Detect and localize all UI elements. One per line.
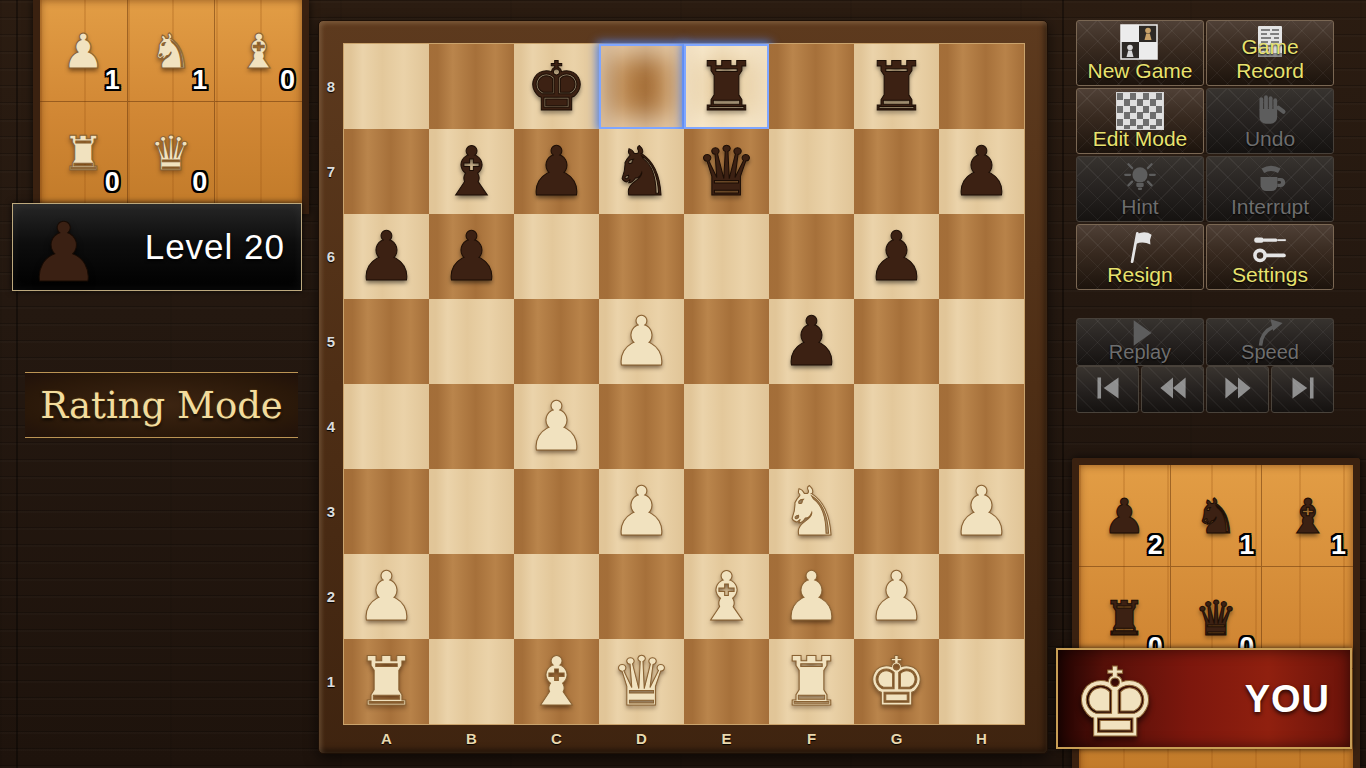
captured-cell-empty xyxy=(215,102,302,204)
square-f3[interactable]: ♞ xyxy=(769,469,854,554)
black-pawn: ♟ xyxy=(866,223,927,291)
white-pawn-icon: ♟ xyxy=(62,27,105,75)
undo-icon xyxy=(1207,90,1333,132)
settings-icon xyxy=(1207,226,1333,268)
square-c2[interactable] xyxy=(514,554,599,639)
square-c3[interactable] xyxy=(514,469,599,554)
captured-cell-white-queen: ♛0 xyxy=(128,102,216,204)
square-e2[interactable]: ♝ xyxy=(684,554,769,639)
white-knight-icon: ♞ xyxy=(149,27,192,75)
black-bishop: ♝ xyxy=(441,138,502,206)
replay-button-grid: ReplaySpeed xyxy=(1076,318,1334,366)
square-a7[interactable] xyxy=(344,129,429,214)
settings-button[interactable]: Settings xyxy=(1206,224,1334,290)
square-h6[interactable] xyxy=(939,214,1024,299)
captured-count-black-bishop: 1 xyxy=(1331,530,1346,561)
rewind-icon xyxy=(1153,368,1193,412)
new-game-label: New Game xyxy=(1077,59,1203,83)
edit-mode-button[interactable]: Edit Mode xyxy=(1076,88,1204,154)
black-pawn-icon: ♟ xyxy=(1103,492,1146,540)
rank-label-1: 1 xyxy=(319,639,343,724)
square-b2[interactable] xyxy=(429,554,514,639)
action-button-grid: New GameGame RecordEdit ModeUndoHintInte… xyxy=(1076,20,1334,290)
captured-count-black-pawn: 2 xyxy=(1148,530,1163,561)
rank-label-4: 4 xyxy=(319,384,343,469)
white-rook-icon: ♜ xyxy=(62,129,105,177)
white-king: ♚ xyxy=(866,648,927,716)
square-f7[interactable] xyxy=(769,129,854,214)
square-d8[interactable] xyxy=(599,44,684,129)
rank-label-6: 6 xyxy=(319,214,343,299)
square-e5[interactable] xyxy=(684,299,769,384)
white-pawn: ♟ xyxy=(356,563,417,631)
black-pawn: ♟ xyxy=(526,138,587,206)
square-h5[interactable] xyxy=(939,299,1024,384)
black-rook: ♜ xyxy=(866,53,927,121)
rank-label-2: 2 xyxy=(319,554,343,639)
square-c5[interactable] xyxy=(514,299,599,384)
rewind-button[interactable] xyxy=(1141,366,1204,413)
captured-count-white-bishop: 0 xyxy=(280,65,295,96)
media-button-grid xyxy=(1076,366,1334,413)
resign-label: Resign xyxy=(1077,263,1203,287)
file-label-c: C xyxy=(514,727,599,751)
black-rook: ♜ xyxy=(696,53,757,121)
square-c6[interactable] xyxy=(514,214,599,299)
captured-cell-white-rook: ♜0 xyxy=(40,102,128,204)
square-e1[interactable] xyxy=(684,639,769,724)
skip-to-start-icon xyxy=(1088,368,1128,412)
chess-board: ♚♜♜♝♟♞♛♟♟♟♟♟♟♟♟♞♟♟♝♟♟♜♝♛♜♚ xyxy=(344,44,1024,724)
resign-icon xyxy=(1077,226,1203,268)
square-a8[interactable] xyxy=(344,44,429,129)
file-label-h: H xyxy=(939,727,1024,751)
captured-cell-white-bishop: ♝0 xyxy=(215,0,302,102)
square-a5[interactable] xyxy=(344,299,429,384)
black-pawn: ♟ xyxy=(951,138,1012,206)
square-b7[interactable]: ♝ xyxy=(429,129,514,214)
square-g8[interactable]: ♜ xyxy=(854,44,939,129)
white-pawn: ♟ xyxy=(781,563,842,631)
black-rook-icon: ♜ xyxy=(1103,594,1146,642)
square-g7[interactable] xyxy=(854,129,939,214)
captured-cell-black-bishop: ♝1 xyxy=(1262,465,1353,567)
square-e6[interactable] xyxy=(684,214,769,299)
opponent-captured-tray: ♟1♞1♝0♜0♛0 xyxy=(33,0,309,214)
square-a2[interactable]: ♟ xyxy=(344,554,429,639)
white-queen: ♛ xyxy=(611,648,672,716)
opponent-level-label: Level 20 xyxy=(145,227,285,267)
file-label-b: B xyxy=(429,727,514,751)
square-c1[interactable]: ♝ xyxy=(514,639,599,724)
interrupt-icon xyxy=(1207,158,1333,200)
new-game-icon xyxy=(1077,22,1203,64)
white-pawn: ♟ xyxy=(611,478,672,546)
square-f5[interactable]: ♟ xyxy=(769,299,854,384)
square-b5[interactable] xyxy=(429,299,514,384)
square-f8[interactable] xyxy=(769,44,854,129)
fast-forward-icon xyxy=(1218,368,1258,412)
square-b4[interactable] xyxy=(429,384,514,469)
square-e3[interactable] xyxy=(684,469,769,554)
rating-mode-banner: Rating Mode xyxy=(25,372,298,438)
hint-label: Hint xyxy=(1077,195,1203,219)
square-c7[interactable]: ♟ xyxy=(514,129,599,214)
black-queen: ♛ xyxy=(696,138,757,206)
opponent-banner: ♟ Level 20 xyxy=(12,203,302,291)
square-g2[interactable]: ♟ xyxy=(854,554,939,639)
settings-label: Settings xyxy=(1207,263,1333,287)
square-b1[interactable] xyxy=(429,639,514,724)
square-g4[interactable] xyxy=(854,384,939,469)
square-a1[interactable]: ♜ xyxy=(344,639,429,724)
white-rook: ♜ xyxy=(356,648,417,716)
square-f6[interactable] xyxy=(769,214,854,299)
square-b8[interactable] xyxy=(429,44,514,129)
interrupt-button[interactable]: Interrupt xyxy=(1206,156,1334,222)
speed-label: Speed xyxy=(1207,341,1333,364)
file-label-a: A xyxy=(344,727,429,751)
square-e8[interactable]: ♜ xyxy=(684,44,769,129)
square-g5[interactable] xyxy=(854,299,939,384)
white-pawn: ♟ xyxy=(951,478,1012,546)
file-label-d: D xyxy=(599,727,684,751)
black-pawn: ♟ xyxy=(441,223,502,291)
white-queen-icon: ♛ xyxy=(149,129,192,177)
game-record-label: Game Record xyxy=(1207,35,1333,83)
skip-to-start-button[interactable] xyxy=(1076,366,1139,413)
interrupt-label: Interrupt xyxy=(1207,195,1333,219)
captured-count-black-knight: 1 xyxy=(1239,530,1254,561)
black-king: ♚ xyxy=(526,53,587,121)
square-h2[interactable] xyxy=(939,554,1024,639)
replay-label: Replay xyxy=(1077,341,1203,364)
square-d1[interactable]: ♛ xyxy=(599,639,684,724)
checkerboard-glyph xyxy=(1116,92,1164,130)
black-pawn: ♟ xyxy=(781,308,842,376)
resign-button[interactable]: Resign xyxy=(1076,224,1204,290)
board-frame: ♚♜♜♝♟♞♛♟♟♟♟♟♟♟♟♞♟♟♝♟♟♜♝♛♜♚ 87654321ABCDE… xyxy=(318,20,1048,754)
captured-cell-white-pawn: ♟1 xyxy=(40,0,128,102)
square-d3[interactable]: ♟ xyxy=(599,469,684,554)
black-queen-icon: ♛ xyxy=(1194,594,1237,642)
player-banner: ♚ YOU xyxy=(1056,648,1352,749)
player-you-label: YOU xyxy=(1245,677,1330,720)
white-pawn: ♟ xyxy=(611,308,672,376)
square-d5[interactable]: ♟ xyxy=(599,299,684,384)
file-label-g: G xyxy=(854,727,939,751)
captured-count-white-queen: 0 xyxy=(192,167,207,198)
rating-mode-label: Rating Mode xyxy=(40,384,283,427)
square-g3[interactable] xyxy=(854,469,939,554)
white-pawn: ♟ xyxy=(866,563,927,631)
square-h1[interactable] xyxy=(939,639,1024,724)
square-a3[interactable] xyxy=(344,469,429,554)
white-king-avatar: ♚ xyxy=(1072,659,1158,747)
file-label-e: E xyxy=(684,727,769,751)
captured-count-white-knight: 1 xyxy=(192,65,207,96)
rank-label-3: 3 xyxy=(319,469,343,554)
square-h4[interactable] xyxy=(939,384,1024,469)
app-window: ♟1♞1♝0♜0♛0 ♟ Level 20 Rating Mode ♚♜♜♝♟♞… xyxy=(0,0,1366,768)
square-d2[interactable] xyxy=(599,554,684,639)
square-g6[interactable]: ♟ xyxy=(854,214,939,299)
captured-cell-white-knight: ♞1 xyxy=(128,0,216,102)
square-f1[interactable]: ♜ xyxy=(769,639,854,724)
white-pawn: ♟ xyxy=(526,393,587,461)
square-h8[interactable] xyxy=(939,44,1024,129)
skip-to-end-icon xyxy=(1283,368,1323,412)
square-a4[interactable] xyxy=(344,384,429,469)
captured-cell-black-knight: ♞1 xyxy=(1171,465,1263,567)
replay-button[interactable]: Replay xyxy=(1076,318,1204,366)
square-e7[interactable]: ♛ xyxy=(684,129,769,214)
captured-count-white-pawn: 1 xyxy=(105,65,120,96)
rank-label-8: 8 xyxy=(319,44,343,129)
square-a6[interactable]: ♟ xyxy=(344,214,429,299)
square-f4[interactable] xyxy=(769,384,854,469)
square-b6[interactable]: ♟ xyxy=(429,214,514,299)
undo-label: Undo xyxy=(1207,127,1333,151)
edit-mode-icon xyxy=(1077,90,1203,132)
square-d4[interactable] xyxy=(599,384,684,469)
square-e4[interactable] xyxy=(684,384,769,469)
square-d6[interactable] xyxy=(599,214,684,299)
skip-to-end-button[interactable] xyxy=(1271,366,1334,413)
square-d7[interactable]: ♞ xyxy=(599,129,684,214)
background-seam xyxy=(16,0,18,768)
rank-label-7: 7 xyxy=(319,129,343,214)
square-b3[interactable] xyxy=(429,469,514,554)
square-c8[interactable]: ♚ xyxy=(514,44,599,129)
captured-count-white-rook: 0 xyxy=(105,167,120,198)
white-bishop-icon: ♝ xyxy=(237,27,280,75)
speed-button[interactable]: Speed xyxy=(1206,318,1334,366)
white-knight: ♞ xyxy=(781,478,842,546)
black-knight: ♞ xyxy=(611,138,672,206)
rank-label-5: 5 xyxy=(319,299,343,384)
edit-mode-label: Edit Mode xyxy=(1077,127,1203,151)
white-rook: ♜ xyxy=(781,648,842,716)
captured-cell-black-pawn: ♟2 xyxy=(1079,465,1171,567)
fast-forward-button[interactable] xyxy=(1206,366,1269,413)
hint-button[interactable]: Hint xyxy=(1076,156,1204,222)
white-bishop: ♝ xyxy=(526,648,587,716)
new-game-button[interactable]: New Game xyxy=(1076,20,1204,86)
undo-button[interactable]: Undo xyxy=(1206,88,1334,154)
black-pawn: ♟ xyxy=(356,223,417,291)
square-c4[interactable]: ♟ xyxy=(514,384,599,469)
square-h3[interactable]: ♟ xyxy=(939,469,1024,554)
black-pawn-avatar: ♟ xyxy=(27,215,101,290)
file-label-f: F xyxy=(769,727,854,751)
square-h7[interactable]: ♟ xyxy=(939,129,1024,214)
black-bishop-icon: ♝ xyxy=(1286,492,1329,540)
square-g1[interactable]: ♚ xyxy=(854,639,939,724)
square-f2[interactable]: ♟ xyxy=(769,554,854,639)
black-knight-icon: ♞ xyxy=(1194,492,1237,540)
white-bishop: ♝ xyxy=(696,563,757,631)
hint-icon xyxy=(1077,158,1203,200)
game-record-button[interactable]: Game Record xyxy=(1206,20,1334,86)
